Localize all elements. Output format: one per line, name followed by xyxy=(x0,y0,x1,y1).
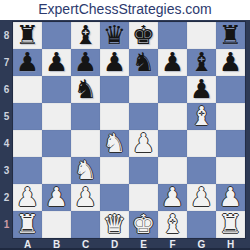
square-e5[interactable] xyxy=(129,103,158,130)
square-h2[interactable]: ♟ xyxy=(216,184,245,211)
square-g4[interactable] xyxy=(187,130,216,157)
square-b2[interactable]: ♟ xyxy=(42,184,71,211)
square-g5[interactable]: ♝ xyxy=(187,103,216,130)
piece-black-bishop: ♝ xyxy=(190,49,213,76)
rank-labels: 87654321 xyxy=(0,22,13,238)
square-c5[interactable] xyxy=(71,103,100,130)
piece-white-pawn: ♟ xyxy=(161,184,184,211)
piece-white-rook: ♜ xyxy=(219,211,242,238)
piece-white-bishop: ♝ xyxy=(161,211,184,238)
square-b7[interactable]: ♟ xyxy=(42,49,71,76)
square-b1[interactable] xyxy=(42,211,71,238)
square-e1[interactable]: ♚ xyxy=(129,211,158,238)
square-c2[interactable]: ♟ xyxy=(71,184,100,211)
square-f3[interactable] xyxy=(158,157,187,184)
square-g7[interactable]: ♝ xyxy=(187,49,216,76)
rank-label-5: 5 xyxy=(0,103,13,130)
piece-black-pawn: ♟ xyxy=(45,49,68,76)
square-g1[interactable] xyxy=(187,211,216,238)
square-d3[interactable] xyxy=(100,157,129,184)
square-d2[interactable] xyxy=(100,184,129,211)
square-d1[interactable]: ♛ xyxy=(100,211,129,238)
square-g6[interactable]: ♟ xyxy=(187,76,216,103)
square-c1[interactable] xyxy=(71,211,100,238)
square-f7[interactable]: ♟ xyxy=(158,49,187,76)
piece-white-pawn: ♟ xyxy=(45,184,68,211)
square-a2[interactable]: ♟ xyxy=(13,184,42,211)
piece-black-pawn: ♟ xyxy=(103,49,126,76)
rank-label-7: 7 xyxy=(0,49,13,76)
piece-white-knight: ♞ xyxy=(103,130,126,157)
rank-label-6: 6 xyxy=(0,76,13,103)
square-e7[interactable]: ♞ xyxy=(129,49,158,76)
piece-black-pawn: ♟ xyxy=(16,49,39,76)
piece-white-king: ♚ xyxy=(132,211,155,238)
square-a1[interactable]: ♜ xyxy=(13,211,42,238)
piece-white-pawn: ♟ xyxy=(16,184,39,211)
square-b5[interactable] xyxy=(42,103,71,130)
piece-black-knight: ♞ xyxy=(132,49,155,76)
rank-label-1: 1 xyxy=(0,211,13,238)
square-g2[interactable]: ♟ xyxy=(187,184,216,211)
piece-black-knight: ♞ xyxy=(74,76,97,103)
square-c6[interactable]: ♞ xyxy=(71,76,100,103)
square-g3[interactable] xyxy=(187,157,216,184)
piece-black-bishop: ♝ xyxy=(74,22,97,49)
square-h5[interactable] xyxy=(216,103,245,130)
square-e4[interactable]: ♟ xyxy=(129,130,158,157)
square-a5[interactable] xyxy=(13,103,42,130)
square-a4[interactable] xyxy=(13,130,42,157)
square-c3[interactable]: ♞ xyxy=(71,157,100,184)
square-d8[interactable]: ♛ xyxy=(100,22,129,49)
piece-white-bishop: ♝ xyxy=(190,103,213,130)
piece-white-pawn: ♟ xyxy=(190,184,213,211)
rank-label-3: 3 xyxy=(0,157,13,184)
square-f6[interactable] xyxy=(158,76,187,103)
square-d6[interactable] xyxy=(100,76,129,103)
title-bar: ExpertChessStrategies.com xyxy=(0,0,250,20)
square-h1[interactable]: ♜ xyxy=(216,211,245,238)
piece-black-pawn: ♟ xyxy=(74,49,97,76)
piece-black-rook: ♜ xyxy=(219,22,242,49)
piece-black-pawn: ♟ xyxy=(219,49,242,76)
square-h8[interactable]: ♜ xyxy=(216,22,245,49)
square-b8[interactable] xyxy=(42,22,71,49)
square-a7[interactable]: ♟ xyxy=(13,49,42,76)
site-title: ExpertChessStrategies.com xyxy=(38,0,212,19)
square-b6[interactable] xyxy=(42,76,71,103)
square-a3[interactable] xyxy=(13,157,42,184)
chess-board: ♜♝♛♚♜♟♟♟♟♞♟♝♟♞♟♝♞♟♞♟♟♟♟♟♟♜♛♚♝♜ xyxy=(13,22,245,238)
piece-white-pawn: ♟ xyxy=(219,184,242,211)
square-h3[interactable] xyxy=(216,157,245,184)
square-c8[interactable]: ♝ xyxy=(71,22,100,49)
piece-white-pawn: ♟ xyxy=(132,130,155,157)
square-f8[interactable] xyxy=(158,22,187,49)
square-c4[interactable] xyxy=(71,130,100,157)
piece-black-pawn: ♟ xyxy=(161,49,184,76)
square-d7[interactable]: ♟ xyxy=(100,49,129,76)
rank-label-2: 2 xyxy=(0,184,13,211)
piece-white-rook: ♜ xyxy=(16,211,39,238)
square-g8[interactable] xyxy=(187,22,216,49)
square-h4[interactable] xyxy=(216,130,245,157)
square-e3[interactable] xyxy=(129,157,158,184)
square-b4[interactable] xyxy=(42,130,71,157)
square-b3[interactable] xyxy=(42,157,71,184)
square-e2[interactable] xyxy=(129,184,158,211)
square-f4[interactable] xyxy=(158,130,187,157)
square-c7[interactable]: ♟ xyxy=(71,49,100,76)
piece-black-queen: ♛ xyxy=(103,22,126,49)
square-h7[interactable]: ♟ xyxy=(216,49,245,76)
rank-label-4: 4 xyxy=(0,130,13,157)
square-a6[interactable] xyxy=(13,76,42,103)
square-d5[interactable] xyxy=(100,103,129,130)
square-f2[interactable]: ♟ xyxy=(158,184,187,211)
piece-black-king: ♚ xyxy=(132,22,155,49)
piece-white-queen: ♛ xyxy=(103,211,126,238)
square-a8[interactable]: ♜ xyxy=(13,22,42,49)
square-f5[interactable] xyxy=(158,103,187,130)
square-e6[interactable] xyxy=(129,76,158,103)
square-h6[interactable] xyxy=(216,76,245,103)
rank-label-8: 8 xyxy=(0,22,13,49)
board-frame: 87654321 ♜♝♛♚♜♟♟♟♟♞♟♝♟♞♟♝♞♟♞♟♟♟♟♟♟♜♛♚♝♜ … xyxy=(0,20,250,250)
piece-black-pawn: ♟ xyxy=(190,76,213,103)
piece-white-pawn: ♟ xyxy=(74,184,97,211)
square-d4[interactable]: ♞ xyxy=(100,130,129,157)
piece-black-rook: ♜ xyxy=(16,22,39,49)
square-f1[interactable]: ♝ xyxy=(158,211,187,238)
piece-white-knight: ♞ xyxy=(74,157,97,184)
square-e8[interactable]: ♚ xyxy=(129,22,158,49)
